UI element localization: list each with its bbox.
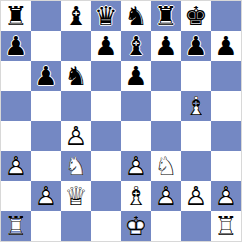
square-h8[interactable]	[211, 1, 241, 31]
piece-white-bishop: ♗	[121, 181, 151, 211]
piece-white-pawn: ♙	[121, 151, 151, 181]
square-f6[interactable]	[151, 61, 181, 91]
square-f5[interactable]	[151, 91, 181, 121]
square-b2[interactable]: ♟♙	[31, 181, 61, 211]
piece-black-pawn: ♟	[121, 61, 151, 91]
square-d4[interactable]	[91, 121, 121, 151]
piece-white-pawn-fill: ♟	[181, 181, 211, 211]
square-f2[interactable]: ♟♙	[151, 181, 181, 211]
square-g2[interactable]: ♟♙	[181, 181, 211, 211]
square-d1[interactable]	[91, 211, 121, 241]
piece-black-rook: ♜	[151, 1, 181, 31]
square-e2[interactable]: ♝♗	[121, 181, 151, 211]
square-g3[interactable]	[181, 151, 211, 181]
chess-board: ♜♝♛♞♜♚♟♟♝♟♟♟♟♞♟♝♗♟♙♟♙♞♘♟♙♞♘♟♙♛♕♝♗♟♙♟♙♟♙♜…	[0, 0, 242, 242]
piece-white-rook-fill: ♜	[1, 211, 31, 241]
piece-white-rook: ♖	[1, 211, 31, 241]
square-b3[interactable]	[31, 151, 61, 181]
square-e8[interactable]: ♞	[121, 1, 151, 31]
square-d5[interactable]	[91, 91, 121, 121]
piece-white-pawn: ♙	[31, 181, 61, 211]
square-a6[interactable]	[1, 61, 31, 91]
square-d8[interactable]: ♛	[91, 1, 121, 31]
piece-white-pawn-fill: ♟	[151, 181, 181, 211]
piece-white-king-fill: ♚	[121, 211, 151, 241]
square-c4[interactable]: ♟♙	[61, 121, 91, 151]
square-d6[interactable]	[91, 61, 121, 91]
square-c3[interactable]: ♞♘	[61, 151, 91, 181]
square-e5[interactable]	[121, 91, 151, 121]
piece-black-bishop: ♝	[61, 1, 91, 31]
piece-black-pawn: ♟	[151, 31, 181, 61]
square-c7[interactable]	[61, 31, 91, 61]
piece-white-queen: ♕	[61, 181, 91, 211]
piece-black-pawn: ♟	[1, 31, 31, 61]
piece-white-knight-fill: ♞	[61, 151, 91, 181]
piece-white-pawn: ♙	[61, 121, 91, 151]
square-b7[interactable]	[31, 31, 61, 61]
square-e3[interactable]: ♟♙	[121, 151, 151, 181]
square-b4[interactable]	[31, 121, 61, 151]
piece-white-king: ♔	[121, 211, 151, 241]
square-a8[interactable]: ♜	[1, 1, 31, 31]
square-c1[interactable]	[61, 211, 91, 241]
square-c2[interactable]: ♛♕	[61, 181, 91, 211]
piece-white-pawn-fill: ♟	[31, 181, 61, 211]
square-g8[interactable]: ♚	[181, 1, 211, 31]
piece-white-pawn: ♙	[1, 151, 31, 181]
square-a4[interactable]	[1, 121, 31, 151]
square-d7[interactable]: ♟	[91, 31, 121, 61]
piece-white-pawn: ♙	[181, 181, 211, 211]
square-f1[interactable]	[151, 211, 181, 241]
square-b5[interactable]	[31, 91, 61, 121]
square-h1[interactable]: ♜♖	[211, 211, 241, 241]
square-a1[interactable]: ♜♖	[1, 211, 31, 241]
square-h7[interactable]: ♟	[211, 31, 241, 61]
square-e7[interactable]: ♝	[121, 31, 151, 61]
piece-white-pawn: ♙	[151, 181, 181, 211]
square-f8[interactable]: ♜	[151, 1, 181, 31]
square-e1[interactable]: ♚♔	[121, 211, 151, 241]
piece-white-bishop: ♗	[181, 91, 211, 121]
piece-white-rook: ♖	[211, 211, 241, 241]
square-g4[interactable]	[181, 121, 211, 151]
piece-white-pawn: ♙	[211, 181, 241, 211]
square-g6[interactable]	[181, 61, 211, 91]
square-a2[interactable]	[1, 181, 31, 211]
piece-black-pawn: ♟	[181, 31, 211, 61]
square-c5[interactable]	[61, 91, 91, 121]
piece-white-pawn-fill: ♟	[1, 151, 31, 181]
square-h4[interactable]	[211, 121, 241, 151]
piece-black-rook: ♜	[1, 1, 31, 31]
piece-white-pawn-fill: ♟	[211, 181, 241, 211]
piece-black-queen: ♛	[91, 1, 121, 31]
piece-black-king: ♚	[181, 1, 211, 31]
square-h6[interactable]	[211, 61, 241, 91]
square-a5[interactable]	[1, 91, 31, 121]
piece-white-queen-fill: ♛	[61, 181, 91, 211]
square-f4[interactable]	[151, 121, 181, 151]
piece-white-bishop-fill: ♝	[121, 181, 151, 211]
piece-black-knight: ♞	[61, 61, 91, 91]
square-a7[interactable]: ♟	[1, 31, 31, 61]
square-d2[interactable]	[91, 181, 121, 211]
piece-white-knight-fill: ♞	[151, 151, 181, 181]
piece-black-pawn: ♟	[91, 31, 121, 61]
piece-black-pawn: ♟	[31, 61, 61, 91]
square-h5[interactable]	[211, 91, 241, 121]
square-e4[interactable]	[121, 121, 151, 151]
piece-white-rook-fill: ♜	[211, 211, 241, 241]
square-b1[interactable]	[31, 211, 61, 241]
square-g5[interactable]: ♝♗	[181, 91, 211, 121]
square-e6[interactable]: ♟	[121, 61, 151, 91]
square-d3[interactable]	[91, 151, 121, 181]
piece-white-pawn-fill: ♟	[61, 121, 91, 151]
square-b8[interactable]	[31, 1, 61, 31]
square-h3[interactable]	[211, 151, 241, 181]
square-h2[interactable]: ♟♙	[211, 181, 241, 211]
square-c6[interactable]: ♞	[61, 61, 91, 91]
piece-white-bishop-fill: ♝	[181, 91, 211, 121]
piece-black-pawn: ♟	[211, 31, 241, 61]
square-g1[interactable]	[181, 211, 211, 241]
piece-white-knight: ♘	[151, 151, 181, 181]
square-g7[interactable]: ♟	[181, 31, 211, 61]
square-b6[interactable]: ♟	[31, 61, 61, 91]
piece-black-knight: ♞	[121, 1, 151, 31]
piece-white-knight: ♘	[61, 151, 91, 181]
piece-white-pawn-fill: ♟	[121, 151, 151, 181]
piece-black-bishop: ♝	[121, 31, 151, 61]
square-f3[interactable]: ♞♘	[151, 151, 181, 181]
square-c8[interactable]: ♝	[61, 1, 91, 31]
square-f7[interactable]: ♟	[151, 31, 181, 61]
square-a3[interactable]: ♟♙	[1, 151, 31, 181]
